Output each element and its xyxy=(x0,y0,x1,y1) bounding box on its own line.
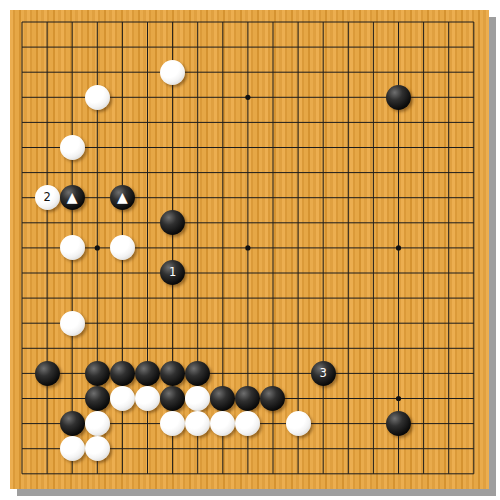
board-cell[interactable] xyxy=(135,361,160,386)
board-cell[interactable] xyxy=(361,386,386,411)
board-cell[interactable] xyxy=(135,185,160,210)
board-cell[interactable] xyxy=(285,361,310,386)
board-cell[interactable] xyxy=(260,60,285,85)
board-cell[interactable] xyxy=(461,110,486,135)
board-cell[interactable] xyxy=(361,35,386,60)
board-cell[interactable] xyxy=(436,185,461,210)
board-cell[interactable] xyxy=(361,85,386,110)
board-cell[interactable] xyxy=(311,336,336,361)
board-cell[interactable] xyxy=(260,135,285,160)
board-cell[interactable] xyxy=(386,9,411,34)
board-cell[interactable] xyxy=(110,210,135,235)
board-cell[interactable] xyxy=(235,60,260,85)
board-cell[interactable] xyxy=(85,336,110,361)
board-cell[interactable] xyxy=(461,9,486,34)
board-cell[interactable] xyxy=(210,85,235,110)
board-cell[interactable] xyxy=(461,160,486,185)
board-cell[interactable] xyxy=(110,361,135,386)
board-cell[interactable] xyxy=(285,9,310,34)
board-cell[interactable] xyxy=(436,9,461,34)
board-cell[interactable] xyxy=(386,336,411,361)
board-cell[interactable] xyxy=(285,210,310,235)
board-cell[interactable] xyxy=(210,285,235,310)
board-cell[interactable] xyxy=(361,185,386,210)
board-cell[interactable] xyxy=(336,461,361,486)
board-cell[interactable] xyxy=(60,35,85,60)
board-cell[interactable] xyxy=(311,60,336,85)
board-cell[interactable] xyxy=(185,160,210,185)
board-cell[interactable] xyxy=(461,210,486,235)
board-cell[interactable] xyxy=(110,461,135,486)
board-cell[interactable] xyxy=(461,35,486,60)
board-cell[interactable] xyxy=(411,135,436,160)
board-cell[interactable] xyxy=(9,386,34,411)
board-cell[interactable] xyxy=(311,160,336,185)
board-cell[interactable] xyxy=(160,210,185,235)
board-cell[interactable] xyxy=(9,9,34,34)
board-cell[interactable] xyxy=(185,235,210,260)
board-cell[interactable] xyxy=(160,85,185,110)
board-cell[interactable] xyxy=(9,210,34,235)
board-cell[interactable] xyxy=(210,260,235,285)
board-cell[interactable] xyxy=(35,35,60,60)
board-cell[interactable] xyxy=(9,160,34,185)
board-cell[interactable] xyxy=(60,260,85,285)
board-cell[interactable] xyxy=(135,336,160,361)
board-cell[interactable] xyxy=(110,9,135,34)
board-cell[interactable] xyxy=(311,185,336,210)
board-cell[interactable] xyxy=(135,386,160,411)
board-cell[interactable] xyxy=(336,235,361,260)
board-cell[interactable] xyxy=(260,85,285,110)
board-cell[interactable] xyxy=(311,311,336,336)
board-cell[interactable] xyxy=(411,461,436,486)
board-cell[interactable] xyxy=(60,235,85,260)
board-cell[interactable] xyxy=(35,336,60,361)
board-cell[interactable] xyxy=(311,411,336,436)
board-cell[interactable] xyxy=(386,135,411,160)
board-cell[interactable] xyxy=(135,235,160,260)
board-cell[interactable] xyxy=(85,135,110,160)
board-cell[interactable] xyxy=(160,436,185,461)
board-cell[interactable] xyxy=(336,386,361,411)
board-cell[interactable] xyxy=(436,85,461,110)
board-cell[interactable] xyxy=(386,85,411,110)
board-cell[interactable] xyxy=(210,9,235,34)
board-cell[interactable] xyxy=(210,361,235,386)
board-cell[interactable] xyxy=(336,160,361,185)
board-cell[interactable] xyxy=(210,461,235,486)
board-cell[interactable] xyxy=(461,311,486,336)
board-cell[interactable] xyxy=(461,461,486,486)
board-cell[interactable] xyxy=(160,185,185,210)
board-cell[interactable] xyxy=(285,60,310,85)
board-cell[interactable] xyxy=(160,35,185,60)
board-cell[interactable] xyxy=(35,361,60,386)
board-cell[interactable] xyxy=(210,235,235,260)
board-cell[interactable] xyxy=(336,185,361,210)
board-cell[interactable] xyxy=(436,436,461,461)
board-cell[interactable] xyxy=(436,160,461,185)
board-cell[interactable] xyxy=(210,160,235,185)
board-cell[interactable] xyxy=(210,60,235,85)
board-cell[interactable] xyxy=(35,9,60,34)
board-cell[interactable] xyxy=(461,260,486,285)
board-cell[interactable] xyxy=(235,336,260,361)
board-cell[interactable] xyxy=(386,160,411,185)
board-cell[interactable] xyxy=(185,60,210,85)
board-cell[interactable] xyxy=(235,9,260,34)
board-cell[interactable] xyxy=(311,85,336,110)
board-cell[interactable] xyxy=(85,386,110,411)
board-cell[interactable] xyxy=(85,260,110,285)
board-cell[interactable] xyxy=(311,260,336,285)
board-cell[interactable] xyxy=(135,260,160,285)
board-cell[interactable] xyxy=(260,9,285,34)
board-cell[interactable] xyxy=(260,285,285,310)
board-cell[interactable] xyxy=(160,361,185,386)
board-cell[interactable] xyxy=(110,260,135,285)
board-cell[interactable] xyxy=(35,160,60,185)
board-cell[interactable] xyxy=(260,160,285,185)
board-cell[interactable] xyxy=(461,436,486,461)
board-cell[interactable] xyxy=(60,85,85,110)
board-cell[interactable] xyxy=(386,210,411,235)
board-cell[interactable] xyxy=(135,210,160,235)
board-cell[interactable] xyxy=(185,35,210,60)
board-cell[interactable] xyxy=(85,85,110,110)
board-cell[interactable] xyxy=(235,135,260,160)
board-cell[interactable] xyxy=(210,210,235,235)
board-cell[interactable] xyxy=(60,436,85,461)
board-cell[interactable] xyxy=(260,461,285,486)
board-cell[interactable] xyxy=(361,9,386,34)
board-cell[interactable] xyxy=(285,110,310,135)
board-cell[interactable] xyxy=(35,260,60,285)
board-cell[interactable] xyxy=(135,85,160,110)
board-cell[interactable] xyxy=(386,311,411,336)
board-cell[interactable] xyxy=(361,210,386,235)
board-cell[interactable] xyxy=(361,260,386,285)
board-cell[interactable] xyxy=(210,336,235,361)
board-cell[interactable] xyxy=(210,436,235,461)
board-cell[interactable] xyxy=(185,285,210,310)
board-cell[interactable] xyxy=(160,60,185,85)
board-cell[interactable] xyxy=(185,336,210,361)
board-cell[interactable] xyxy=(110,160,135,185)
board-cell[interactable] xyxy=(9,285,34,310)
board-cell[interactable] xyxy=(235,260,260,285)
board-cell[interactable] xyxy=(35,110,60,135)
board-cell[interactable] xyxy=(110,110,135,135)
board-cell[interactable] xyxy=(9,60,34,85)
board-cell[interactable] xyxy=(85,60,110,85)
board-cell[interactable] xyxy=(235,235,260,260)
board-cell[interactable] xyxy=(461,285,486,310)
board-cell[interactable] xyxy=(361,235,386,260)
board-cell[interactable] xyxy=(85,35,110,60)
board-cell[interactable] xyxy=(185,110,210,135)
board-cell[interactable] xyxy=(336,311,361,336)
board-cell[interactable] xyxy=(436,461,461,486)
board-cell[interactable] xyxy=(85,160,110,185)
board-cell[interactable] xyxy=(361,135,386,160)
board-cell[interactable] xyxy=(285,35,310,60)
board-cell[interactable] xyxy=(311,35,336,60)
board-cell[interactable] xyxy=(461,85,486,110)
board-cell[interactable] xyxy=(260,411,285,436)
board-cell[interactable] xyxy=(135,35,160,60)
board-cell[interactable] xyxy=(160,386,185,411)
board-cell[interactable] xyxy=(135,60,160,85)
board-cell[interactable] xyxy=(9,436,34,461)
board-cell[interactable] xyxy=(60,361,85,386)
board-cell[interactable] xyxy=(361,160,386,185)
board-cell[interactable] xyxy=(436,210,461,235)
board-cell[interactable] xyxy=(436,285,461,310)
board-cell[interactable] xyxy=(185,9,210,34)
board-cell[interactable] xyxy=(235,160,260,185)
board-cell[interactable] xyxy=(135,110,160,135)
board-cell[interactable] xyxy=(235,110,260,135)
board-cell[interactable] xyxy=(110,436,135,461)
board-cell[interactable] xyxy=(386,285,411,310)
board-cell[interactable] xyxy=(336,110,361,135)
board-cell[interactable] xyxy=(185,260,210,285)
board-cell[interactable] xyxy=(60,9,85,34)
board-cell[interactable] xyxy=(411,210,436,235)
board-cell[interactable] xyxy=(336,9,361,34)
board-cell[interactable] xyxy=(235,185,260,210)
board-cell[interactable] xyxy=(386,461,411,486)
board-cell[interactable] xyxy=(9,260,34,285)
board-cell[interactable] xyxy=(110,411,135,436)
board-cell[interactable] xyxy=(285,411,310,436)
board-cell[interactable] xyxy=(160,160,185,185)
board-cell[interactable] xyxy=(210,311,235,336)
board-cell[interactable] xyxy=(260,311,285,336)
board-cell[interactable] xyxy=(35,411,60,436)
board-cell[interactable] xyxy=(336,60,361,85)
board-cell[interactable] xyxy=(285,260,310,285)
board-cell[interactable] xyxy=(361,336,386,361)
board-cell[interactable] xyxy=(135,135,160,160)
board-cell[interactable] xyxy=(311,9,336,34)
board-cell[interactable] xyxy=(311,436,336,461)
board-cell[interactable] xyxy=(9,361,34,386)
board-cell[interactable] xyxy=(185,386,210,411)
board-cell[interactable] xyxy=(411,60,436,85)
board-cell[interactable] xyxy=(160,235,185,260)
board-cell[interactable] xyxy=(260,336,285,361)
board-cell[interactable] xyxy=(35,135,60,160)
board-cell[interactable] xyxy=(135,411,160,436)
board-cell[interactable] xyxy=(60,60,85,85)
board-cell[interactable] xyxy=(110,235,135,260)
board-cell[interactable] xyxy=(461,361,486,386)
board-cell[interactable] xyxy=(160,110,185,135)
board-cell[interactable] xyxy=(411,285,436,310)
board-cell[interactable] xyxy=(210,386,235,411)
board-cell[interactable] xyxy=(260,110,285,135)
board-cell[interactable] xyxy=(185,411,210,436)
board-cell[interactable] xyxy=(411,160,436,185)
board-cell[interactable] xyxy=(411,110,436,135)
board-cell[interactable] xyxy=(85,9,110,34)
board-cell[interactable] xyxy=(285,185,310,210)
board-cell[interactable] xyxy=(361,60,386,85)
board-cell[interactable] xyxy=(336,210,361,235)
board-cell[interactable] xyxy=(436,260,461,285)
board-cell[interactable] xyxy=(285,336,310,361)
board-cell[interactable] xyxy=(411,386,436,411)
board-cell[interactable] xyxy=(386,260,411,285)
board-cell[interactable] xyxy=(85,185,110,210)
board-cell[interactable] xyxy=(361,110,386,135)
board-cell[interactable] xyxy=(386,436,411,461)
board-cell[interactable] xyxy=(336,260,361,285)
board-cell[interactable] xyxy=(210,135,235,160)
board-cell[interactable] xyxy=(60,386,85,411)
board-cell[interactable] xyxy=(260,235,285,260)
board-cell[interactable] xyxy=(85,235,110,260)
board-cell[interactable] xyxy=(185,436,210,461)
board-cell[interactable]: ▲ xyxy=(60,185,85,210)
board-cell[interactable] xyxy=(411,9,436,34)
board-cell[interactable] xyxy=(9,311,34,336)
board-cell[interactable] xyxy=(160,285,185,310)
board-cell[interactable] xyxy=(185,135,210,160)
board-cell[interactable] xyxy=(85,411,110,436)
board-cell[interactable] xyxy=(336,361,361,386)
board-cell[interactable] xyxy=(110,35,135,60)
board-cell[interactable] xyxy=(235,35,260,60)
board-cell[interactable] xyxy=(336,35,361,60)
board-cell[interactable] xyxy=(311,135,336,160)
board-cell[interactable] xyxy=(235,461,260,486)
board-cell[interactable] xyxy=(386,386,411,411)
board-cell[interactable] xyxy=(260,35,285,60)
board-cell[interactable] xyxy=(461,60,486,85)
board-cell[interactable] xyxy=(260,185,285,210)
board-cell[interactable] xyxy=(110,135,135,160)
board-cell[interactable] xyxy=(285,235,310,260)
board-cell[interactable] xyxy=(411,85,436,110)
board-cell[interactable] xyxy=(110,336,135,361)
board-cell[interactable] xyxy=(361,285,386,310)
board-cell[interactable] xyxy=(160,411,185,436)
board-cell[interactable] xyxy=(85,285,110,310)
board-cell[interactable] xyxy=(135,285,160,310)
board-cell[interactable] xyxy=(386,411,411,436)
board-cell[interactable] xyxy=(386,60,411,85)
board-cell[interactable] xyxy=(60,210,85,235)
board-cell[interactable] xyxy=(160,461,185,486)
board-cell[interactable] xyxy=(160,336,185,361)
board-cell[interactable] xyxy=(436,235,461,260)
board-cell[interactable] xyxy=(260,260,285,285)
board-cell[interactable] xyxy=(386,185,411,210)
board-cell[interactable] xyxy=(285,461,310,486)
board-cell[interactable] xyxy=(461,235,486,260)
board-cell[interactable] xyxy=(185,85,210,110)
board-cell[interactable] xyxy=(336,85,361,110)
board-cell[interactable] xyxy=(285,386,310,411)
board-cell[interactable] xyxy=(9,35,34,60)
board-cell[interactable] xyxy=(260,210,285,235)
board-cell[interactable] xyxy=(35,461,60,486)
board-cell[interactable] xyxy=(135,311,160,336)
board-cell[interactable] xyxy=(411,185,436,210)
board-cell[interactable] xyxy=(361,461,386,486)
board-cell[interactable] xyxy=(210,411,235,436)
board-cell[interactable] xyxy=(285,311,310,336)
board-cell[interactable] xyxy=(9,336,34,361)
board-cell[interactable] xyxy=(336,336,361,361)
board-cell[interactable] xyxy=(9,235,34,260)
board-cell[interactable] xyxy=(411,235,436,260)
board-cell[interactable] xyxy=(9,461,34,486)
board-cell[interactable] xyxy=(436,386,461,411)
board-cell[interactable] xyxy=(361,411,386,436)
board-cell[interactable] xyxy=(110,60,135,85)
board-cell[interactable] xyxy=(436,135,461,160)
board-cell[interactable] xyxy=(336,436,361,461)
board-cell[interactable] xyxy=(361,361,386,386)
board-cell[interactable] xyxy=(235,285,260,310)
board-cell[interactable] xyxy=(285,160,310,185)
board-cell[interactable] xyxy=(60,135,85,160)
board-cell[interactable] xyxy=(386,110,411,135)
board-cell[interactable] xyxy=(185,311,210,336)
board-cell[interactable] xyxy=(60,311,85,336)
board-cell[interactable] xyxy=(361,436,386,461)
board-cell[interactable] xyxy=(411,336,436,361)
board-cell[interactable] xyxy=(285,85,310,110)
board-cell[interactable] xyxy=(110,311,135,336)
board-cell[interactable] xyxy=(411,35,436,60)
board-cell[interactable] xyxy=(35,285,60,310)
board-cell[interactable] xyxy=(35,85,60,110)
board-cell[interactable] xyxy=(135,9,160,34)
board-cell[interactable] xyxy=(411,361,436,386)
board-cell[interactable] xyxy=(235,411,260,436)
board-cell[interactable] xyxy=(260,436,285,461)
board-cell[interactable] xyxy=(160,311,185,336)
board-cell[interactable] xyxy=(110,285,135,310)
board-cell[interactable] xyxy=(60,285,85,310)
board-cell[interactable] xyxy=(85,210,110,235)
board-cell[interactable] xyxy=(110,85,135,110)
board-cell[interactable] xyxy=(311,110,336,135)
board-cell[interactable] xyxy=(185,461,210,486)
board-cell[interactable] xyxy=(336,135,361,160)
board-cell[interactable] xyxy=(85,436,110,461)
board-cell[interactable] xyxy=(210,110,235,135)
board-cell[interactable] xyxy=(461,411,486,436)
board-cell[interactable] xyxy=(60,461,85,486)
board-cell[interactable] xyxy=(386,361,411,386)
board-cell[interactable] xyxy=(436,336,461,361)
board-cell[interactable] xyxy=(35,311,60,336)
board-cell[interactable] xyxy=(9,411,34,436)
board-cell[interactable] xyxy=(135,160,160,185)
board-cell[interactable] xyxy=(461,386,486,411)
board-cell[interactable] xyxy=(436,110,461,135)
board-cell[interactable] xyxy=(260,361,285,386)
board-cell[interactable]: 1 xyxy=(160,260,185,285)
board-cell[interactable] xyxy=(9,110,34,135)
